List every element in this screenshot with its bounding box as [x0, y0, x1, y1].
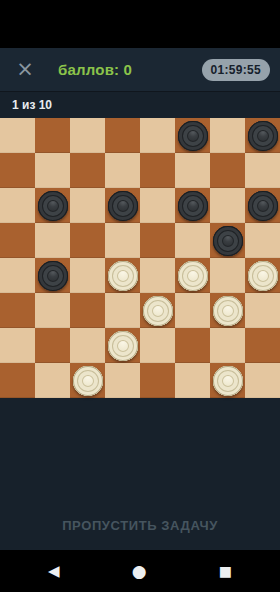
recents-icon[interactable]: ■ — [219, 564, 232, 578]
square-a1[interactable] — [0, 363, 35, 398]
square-e4[interactable] — [140, 258, 175, 293]
square-e5[interactable] — [140, 223, 175, 258]
app-screen: × баллов: 0 01:59:55 1 из 10 ПРОПУСТИТЬ … — [0, 0, 280, 592]
square-g3[interactable] — [210, 293, 245, 328]
black-checker-f8[interactable] — [178, 121, 208, 151]
square-f1[interactable] — [175, 363, 210, 398]
white-checker-g1[interactable] — [213, 366, 243, 396]
square-f6[interactable] — [175, 188, 210, 223]
square-h5[interactable] — [245, 223, 280, 258]
square-c4[interactable] — [70, 258, 105, 293]
back-icon[interactable]: ◀ — [48, 564, 60, 579]
square-a4[interactable] — [0, 258, 35, 293]
square-h1[interactable] — [245, 363, 280, 398]
square-d1[interactable] — [105, 363, 140, 398]
square-b5[interactable] — [35, 223, 70, 258]
square-c1[interactable] — [70, 363, 105, 398]
black-checker-b4[interactable] — [38, 261, 68, 291]
square-c8[interactable] — [70, 118, 105, 153]
square-d3[interactable] — [105, 293, 140, 328]
skip-task-button[interactable]: ПРОПУСТИТЬ ЗАДАЧУ — [0, 503, 280, 547]
square-g8[interactable] — [210, 118, 245, 153]
square-f3[interactable] — [175, 293, 210, 328]
black-checker-d6[interactable] — [108, 191, 138, 221]
square-a2[interactable] — [0, 328, 35, 363]
square-b7[interactable] — [35, 153, 70, 188]
square-f7[interactable] — [175, 153, 210, 188]
square-h6[interactable] — [245, 188, 280, 223]
checkers-board — [0, 118, 280, 398]
white-checker-e3[interactable] — [143, 296, 173, 326]
square-e2[interactable] — [140, 328, 175, 363]
square-f2[interactable] — [175, 328, 210, 363]
square-c6[interactable] — [70, 188, 105, 223]
white-checker-g3[interactable] — [213, 296, 243, 326]
square-d6[interactable] — [105, 188, 140, 223]
square-h7[interactable] — [245, 153, 280, 188]
square-f8[interactable] — [175, 118, 210, 153]
white-checker-d4[interactable] — [108, 261, 138, 291]
square-b2[interactable] — [35, 328, 70, 363]
square-h2[interactable] — [245, 328, 280, 363]
bottom-area: ПРОПУСТИТЬ ЗАДАЧУ — [0, 398, 280, 550]
white-checker-h4[interactable] — [248, 261, 278, 291]
square-e7[interactable] — [140, 153, 175, 188]
android-nav-bar: ◀ ● ■ — [0, 550, 280, 592]
task-progress-label: 1 из 10 — [0, 92, 280, 118]
status-bar — [0, 0, 280, 48]
square-g4[interactable] — [210, 258, 245, 293]
square-d5[interactable] — [105, 223, 140, 258]
square-a6[interactable] — [0, 188, 35, 223]
square-e1[interactable] — [140, 363, 175, 398]
black-checker-f6[interactable] — [178, 191, 208, 221]
square-b3[interactable] — [35, 293, 70, 328]
white-checker-c1[interactable] — [73, 366, 103, 396]
square-b8[interactable] — [35, 118, 70, 153]
square-g5[interactable] — [210, 223, 245, 258]
timer-badge: 01:59:55 — [202, 59, 270, 81]
square-d4[interactable] — [105, 258, 140, 293]
black-checker-g5[interactable] — [213, 226, 243, 256]
black-checker-h8[interactable] — [248, 121, 278, 151]
square-f5[interactable] — [175, 223, 210, 258]
white-checker-f4[interactable] — [178, 261, 208, 291]
square-d8[interactable] — [105, 118, 140, 153]
square-b1[interactable] — [35, 363, 70, 398]
square-d2[interactable] — [105, 328, 140, 363]
square-d7[interactable] — [105, 153, 140, 188]
square-c7[interactable] — [70, 153, 105, 188]
square-g2[interactable] — [210, 328, 245, 363]
square-h8[interactable] — [245, 118, 280, 153]
square-h4[interactable] — [245, 258, 280, 293]
square-e6[interactable] — [140, 188, 175, 223]
square-f4[interactable] — [175, 258, 210, 293]
square-g1[interactable] — [210, 363, 245, 398]
square-g6[interactable] — [210, 188, 245, 223]
square-e3[interactable] — [140, 293, 175, 328]
square-c2[interactable] — [70, 328, 105, 363]
close-icon[interactable]: × — [14, 59, 36, 80]
square-a8[interactable] — [0, 118, 35, 153]
square-c3[interactable] — [70, 293, 105, 328]
white-checker-d2[interactable] — [108, 331, 138, 361]
square-a3[interactable] — [0, 293, 35, 328]
black-checker-h6[interactable] — [248, 191, 278, 221]
black-checker-b6[interactable] — [38, 191, 68, 221]
score-label: баллов: 0 — [58, 61, 202, 78]
square-a7[interactable] — [0, 153, 35, 188]
home-icon[interactable]: ● — [132, 563, 147, 580]
square-b4[interactable] — [35, 258, 70, 293]
header: × баллов: 0 01:59:55 — [0, 48, 280, 92]
square-a5[interactable] — [0, 223, 35, 258]
square-h3[interactable] — [245, 293, 280, 328]
square-e8[interactable] — [140, 118, 175, 153]
square-g7[interactable] — [210, 153, 245, 188]
square-b6[interactable] — [35, 188, 70, 223]
square-c5[interactable] — [70, 223, 105, 258]
